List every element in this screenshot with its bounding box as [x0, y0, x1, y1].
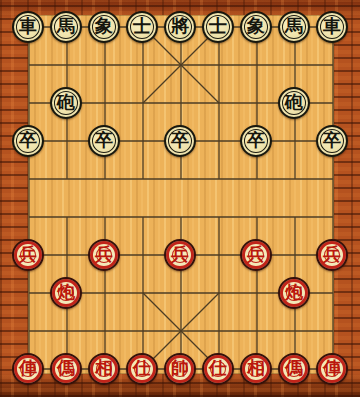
intersection-h3[interactable]: 炮 — [275, 274, 313, 312]
intersection-b1[interactable]: 傌 — [47, 350, 85, 388]
piece-red-general-e1[interactable]: 帥 — [164, 353, 196, 385]
piece-glyph: 俥 — [323, 359, 341, 377]
piece-red-soldier-g4[interactable]: 兵 — [240, 239, 272, 271]
intersection-i6[interactable] — [313, 160, 351, 198]
intersection-d2[interactable] — [123, 312, 161, 350]
intersection-g6[interactable] — [237, 160, 275, 198]
piece-black-chariot-i10[interactable]: 車 — [316, 11, 348, 43]
piece-black-cannon-h8[interactable]: 砲 — [278, 87, 310, 119]
intersection-c2[interactable] — [85, 312, 123, 350]
piece-red-cannon-b3[interactable]: 炮 — [50, 277, 82, 309]
piece-glyph: 馬 — [285, 17, 303, 35]
intersection-i1[interactable]: 俥 — [313, 350, 351, 388]
intersection-a9[interactable] — [9, 46, 47, 84]
intersection-d8[interactable] — [123, 84, 161, 122]
intersection-a3[interactable] — [9, 274, 47, 312]
piece-glyph: 卒 — [171, 131, 189, 149]
piece-glyph: 炮 — [57, 283, 75, 301]
piece-black-horse-h10[interactable]: 馬 — [278, 11, 310, 43]
piece-glyph: 卒 — [95, 131, 113, 149]
piece-glyph: 炮 — [285, 283, 303, 301]
piece-glyph: 馬 — [57, 17, 75, 35]
intersection-d6[interactable] — [123, 160, 161, 198]
intersection-i7[interactable]: 卒 — [313, 122, 351, 160]
piece-red-advisor-f1[interactable]: 仕 — [202, 353, 234, 385]
intersection-a1[interactable]: 俥 — [9, 350, 47, 388]
piece-glyph: 俥 — [19, 359, 37, 377]
piece-glyph: 卒 — [323, 131, 341, 149]
piece-glyph: 砲 — [57, 93, 75, 111]
piece-red-soldier-e4[interactable]: 兵 — [164, 239, 196, 271]
piece-glyph: 兵 — [171, 245, 189, 263]
piece-glyph: 象 — [95, 17, 113, 35]
intersection-f7[interactable] — [199, 122, 237, 160]
piece-glyph: 兵 — [95, 245, 113, 263]
intersection-d3[interactable] — [123, 274, 161, 312]
piece-red-chariot-a1[interactable]: 俥 — [12, 353, 44, 385]
pieces-grid: 車馬象士將士象馬車砲砲卒卒卒卒卒兵兵兵兵兵炮炮俥傌相仕帥仕相傌俥 — [9, 8, 351, 388]
piece-glyph: 兵 — [19, 245, 37, 263]
piece-black-cannon-b8[interactable]: 砲 — [50, 87, 82, 119]
intersection-f8[interactable] — [199, 84, 237, 122]
intersection-h4[interactable] — [275, 236, 313, 274]
piece-glyph: 仕 — [133, 359, 151, 377]
intersection-g4[interactable]: 兵 — [237, 236, 275, 274]
intersection-c10[interactable]: 象 — [85, 8, 123, 46]
piece-glyph: 傌 — [57, 359, 75, 377]
piece-red-elephant-g1[interactable]: 相 — [240, 353, 272, 385]
intersection-d9[interactable] — [123, 46, 161, 84]
intersection-e3[interactable] — [161, 274, 199, 312]
intersection-a6[interactable] — [9, 160, 47, 198]
intersection-h8[interactable]: 砲 — [275, 84, 313, 122]
piece-glyph: 相 — [247, 359, 265, 377]
intersection-e2[interactable] — [161, 312, 199, 350]
intersection-g8[interactable] — [237, 84, 275, 122]
intersection-g3[interactable] — [237, 274, 275, 312]
intersection-b6[interactable] — [47, 160, 85, 198]
intersection-h9[interactable] — [275, 46, 313, 84]
piece-glyph: 相 — [95, 359, 113, 377]
intersection-a7[interactable]: 卒 — [9, 122, 47, 160]
piece-glyph: 砲 — [285, 93, 303, 111]
piece-glyph: 士 — [209, 17, 227, 35]
piece-black-soldier-i7[interactable]: 卒 — [316, 125, 348, 157]
intersection-i8[interactable] — [313, 84, 351, 122]
intersection-b10[interactable]: 馬 — [47, 8, 85, 46]
piece-glyph: 卒 — [19, 131, 37, 149]
piece-black-horse-b10[interactable]: 馬 — [50, 11, 82, 43]
piece-glyph: 卒 — [247, 131, 265, 149]
intersection-b8[interactable]: 砲 — [47, 84, 85, 122]
piece-black-general-e10[interactable]: 將 — [164, 11, 196, 43]
intersection-d10[interactable]: 士 — [123, 8, 161, 46]
intersection-c8[interactable] — [85, 84, 123, 122]
piece-red-soldier-a4[interactable]: 兵 — [12, 239, 44, 271]
intersection-c4[interactable]: 兵 — [85, 236, 123, 274]
intersection-e7[interactable]: 卒 — [161, 122, 199, 160]
intersection-h10[interactable]: 馬 — [275, 8, 313, 46]
intersection-b5[interactable] — [47, 198, 85, 236]
intersection-c7[interactable]: 卒 — [85, 122, 123, 160]
piece-glyph: 兵 — [323, 245, 341, 263]
intersection-e8[interactable] — [161, 84, 199, 122]
piece-black-advisor-f10[interactable]: 士 — [202, 11, 234, 43]
intersection-f5[interactable] — [199, 198, 237, 236]
intersection-b3[interactable]: 炮 — [47, 274, 85, 312]
piece-glyph: 兵 — [247, 245, 265, 263]
intersection-a10[interactable]: 車 — [9, 8, 47, 46]
intersection-f9[interactable] — [199, 46, 237, 84]
intersection-d5[interactable] — [123, 198, 161, 236]
intersection-e10[interactable]: 將 — [161, 8, 199, 46]
intersection-f4[interactable] — [199, 236, 237, 274]
piece-black-chariot-a10[interactable]: 車 — [12, 11, 44, 43]
intersection-i2[interactable] — [313, 312, 351, 350]
piece-glyph: 傌 — [285, 359, 303, 377]
piece-black-soldier-g7[interactable]: 卒 — [240, 125, 272, 157]
intersection-i4[interactable]: 兵 — [313, 236, 351, 274]
piece-black-elephant-c10[interactable]: 象 — [88, 11, 120, 43]
intersection-f10[interactable]: 士 — [199, 8, 237, 46]
intersection-a4[interactable]: 兵 — [9, 236, 47, 274]
piece-red-advisor-d1[interactable]: 仕 — [126, 353, 158, 385]
piece-red-horse-h1[interactable]: 傌 — [278, 353, 310, 385]
intersection-c1[interactable]: 相 — [85, 350, 123, 388]
piece-black-soldier-a7[interactable]: 卒 — [12, 125, 44, 157]
intersection-b4[interactable] — [47, 236, 85, 274]
piece-glyph: 車 — [19, 17, 37, 35]
intersection-b7[interactable] — [47, 122, 85, 160]
intersection-g5[interactable] — [237, 198, 275, 236]
intersection-a8[interactable] — [9, 84, 47, 122]
intersection-b2[interactable] — [47, 312, 85, 350]
piece-glyph: 仕 — [209, 359, 227, 377]
piece-glyph: 帥 — [171, 359, 189, 377]
intersection-g1[interactable]: 相 — [237, 350, 275, 388]
intersection-d7[interactable] — [123, 122, 161, 160]
piece-black-soldier-c7[interactable]: 卒 — [88, 125, 120, 157]
intersection-e4[interactable]: 兵 — [161, 236, 199, 274]
intersection-f2[interactable] — [199, 312, 237, 350]
intersection-c3[interactable] — [85, 274, 123, 312]
intersection-e9[interactable] — [161, 46, 199, 84]
piece-black-soldier-e7[interactable]: 卒 — [164, 125, 196, 157]
intersection-e5[interactable] — [161, 198, 199, 236]
intersection-h5[interactable] — [275, 198, 313, 236]
piece-glyph: 車 — [323, 17, 341, 35]
intersection-g2[interactable] — [237, 312, 275, 350]
intersection-i3[interactable] — [313, 274, 351, 312]
piece-red-soldier-c4[interactable]: 兵 — [88, 239, 120, 271]
piece-glyph: 士 — [133, 17, 151, 35]
intersection-h2[interactable] — [275, 312, 313, 350]
intersection-f6[interactable] — [199, 160, 237, 198]
piece-glyph: 將 — [171, 17, 189, 35]
intersection-f1[interactable]: 仕 — [199, 350, 237, 388]
intersection-h1[interactable]: 傌 — [275, 350, 313, 388]
intersection-a5[interactable] — [9, 198, 47, 236]
piece-red-horse-b1[interactable]: 傌 — [50, 353, 82, 385]
brick-frame: 車馬象士將士象馬車砲砲卒卒卒卒卒兵兵兵兵兵炮炮俥傌相仕帥仕相傌俥 — [0, 0, 360, 397]
intersection-b9[interactable] — [47, 46, 85, 84]
intersection-c9[interactable] — [85, 46, 123, 84]
intersection-f3[interactable] — [199, 274, 237, 312]
intersection-i10[interactable]: 車 — [313, 8, 351, 46]
intersection-i5[interactable] — [313, 198, 351, 236]
intersection-e1[interactable]: 帥 — [161, 350, 199, 388]
piece-red-chariot-i1[interactable]: 俥 — [316, 353, 348, 385]
intersection-i9[interactable] — [313, 46, 351, 84]
intersection-g10[interactable]: 象 — [237, 8, 275, 46]
intersection-g7[interactable]: 卒 — [237, 122, 275, 160]
piece-black-elephant-g10[interactable]: 象 — [240, 11, 272, 43]
piece-red-cannon-h3[interactable]: 炮 — [278, 277, 310, 309]
intersection-d4[interactable] — [123, 236, 161, 274]
intersection-d1[interactable]: 仕 — [123, 350, 161, 388]
intersection-h7[interactable] — [275, 122, 313, 160]
intersection-h6[interactable] — [275, 160, 313, 198]
piece-red-soldier-i4[interactable]: 兵 — [316, 239, 348, 271]
piece-glyph: 象 — [247, 17, 265, 35]
intersection-a2[interactable] — [9, 312, 47, 350]
intersection-e6[interactable] — [161, 160, 199, 198]
piece-black-advisor-d10[interactable]: 士 — [126, 11, 158, 43]
intersection-c6[interactable] — [85, 160, 123, 198]
piece-red-elephant-c1[interactable]: 相 — [88, 353, 120, 385]
intersection-c5[interactable] — [85, 198, 123, 236]
intersection-g9[interactable] — [237, 46, 275, 84]
